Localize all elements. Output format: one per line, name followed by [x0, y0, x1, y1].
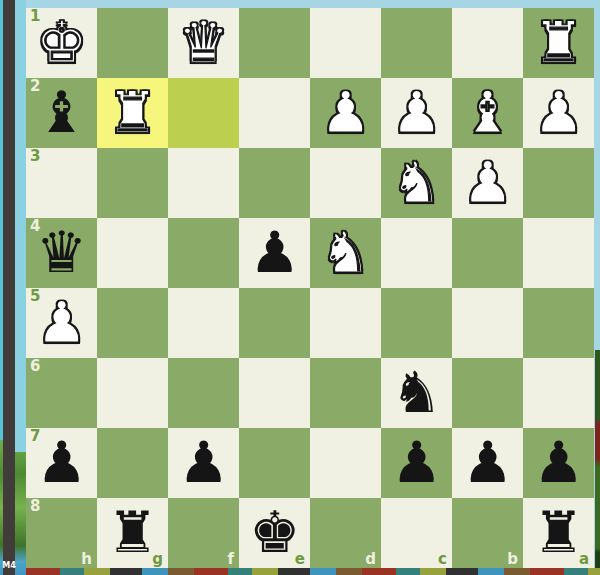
square-g1[interactable]: [97, 8, 168, 78]
square-f7[interactable]: ♟: [168, 428, 239, 498]
square-h6[interactable]: 6: [26, 358, 97, 428]
piece-black-pawn[interactable]: ♟: [452, 428, 523, 498]
square-e1[interactable]: [239, 8, 310, 78]
file-label-g: g: [152, 552, 163, 567]
square-g7[interactable]: [97, 428, 168, 498]
piece-black-knight[interactable]: ♞: [381, 358, 452, 428]
square-f5[interactable]: [168, 288, 239, 358]
rank-label-6: 6: [30, 359, 40, 374]
m4-badge: M4: [1, 561, 17, 570]
file-label-f: f: [227, 552, 234, 567]
square-a4[interactable]: [523, 218, 594, 288]
file-label-c: c: [438, 552, 447, 567]
square-a5[interactable]: [523, 288, 594, 358]
square-b4[interactable]: [452, 218, 523, 288]
rank-label-3: 3: [30, 149, 40, 164]
square-d4[interactable]: ♞: [310, 218, 381, 288]
piece-white-knight[interactable]: ♞: [310, 218, 381, 288]
square-f8[interactable]: f: [168, 498, 239, 568]
square-f4[interactable]: [168, 218, 239, 288]
square-a6[interactable]: [523, 358, 594, 428]
square-e7[interactable]: [239, 428, 310, 498]
square-d5[interactable]: [310, 288, 381, 358]
rank-label-2: 2: [30, 79, 40, 94]
bottom-background-strip: [26, 568, 600, 575]
square-c5[interactable]: [381, 288, 452, 358]
square-f6[interactable]: [168, 358, 239, 428]
piece-white-bishop[interactable]: ♝: [452, 78, 523, 148]
square-e2[interactable]: [239, 78, 310, 148]
square-a8[interactable]: a♜: [523, 498, 594, 568]
screenshot-stage: M4 1♚♛♜2♝♜♟♟♝♟3♞♟4♛♟♞5♟6♞7♟♟♟♟♟8hg♜fe♚dc…: [0, 0, 600, 575]
file-label-a: a: [579, 552, 589, 567]
piece-black-pawn[interactable]: ♟: [381, 428, 452, 498]
square-a3[interactable]: [523, 148, 594, 218]
file-label-h: h: [81, 552, 92, 567]
right-edge-background-strip: [595, 350, 600, 575]
square-e8[interactable]: e♚: [239, 498, 310, 568]
square-d7[interactable]: [310, 428, 381, 498]
square-a1[interactable]: ♜: [523, 8, 594, 78]
file-label-d: d: [365, 552, 376, 567]
square-d8[interactable]: d: [310, 498, 381, 568]
square-c3[interactable]: ♞: [381, 148, 452, 218]
square-a7[interactable]: ♟: [523, 428, 594, 498]
piece-black-pawn[interactable]: ♟: [239, 218, 310, 288]
square-e5[interactable]: [239, 288, 310, 358]
rank-label-1: 1: [30, 9, 40, 24]
square-g2[interactable]: ♜: [97, 78, 168, 148]
piece-white-rook[interactable]: ♜: [523, 8, 594, 78]
square-e4[interactable]: ♟: [239, 218, 310, 288]
square-e6[interactable]: [239, 358, 310, 428]
square-f2[interactable]: [168, 78, 239, 148]
square-f3[interactable]: [168, 148, 239, 218]
rank-label-5: 5: [30, 289, 40, 304]
rank-label-4: 4: [30, 219, 40, 234]
piece-white-queen[interactable]: ♛: [168, 8, 239, 78]
square-c8[interactable]: c: [381, 498, 452, 568]
piece-white-pawn[interactable]: ♟: [381, 78, 452, 148]
square-g3[interactable]: [97, 148, 168, 218]
square-b8[interactable]: b: [452, 498, 523, 568]
square-g4[interactable]: [97, 218, 168, 288]
square-c1[interactable]: [381, 8, 452, 78]
piece-white-knight[interactable]: ♞: [381, 148, 452, 218]
square-b7[interactable]: ♟: [452, 428, 523, 498]
rank-label-8: 8: [30, 499, 40, 514]
square-b5[interactable]: [452, 288, 523, 358]
piece-white-rook[interactable]: ♜: [97, 78, 168, 148]
square-h5[interactable]: 5♟: [26, 288, 97, 358]
square-h3[interactable]: 3: [26, 148, 97, 218]
piece-black-pawn[interactable]: ♟: [523, 428, 594, 498]
square-b3[interactable]: ♟: [452, 148, 523, 218]
square-a2[interactable]: ♟: [523, 78, 594, 148]
square-g5[interactable]: [97, 288, 168, 358]
file-label-b: b: [507, 552, 518, 567]
left-cyan-strip: [15, 0, 26, 452]
square-b1[interactable]: [452, 8, 523, 78]
piece-white-pawn[interactable]: ♟: [310, 78, 381, 148]
piece-black-pawn[interactable]: ♟: [168, 428, 239, 498]
chess-board[interactable]: 1♚♛♜2♝♜♟♟♝♟3♞♟4♛♟♞5♟6♞7♟♟♟♟♟8hg♜fe♚dcba♜: [26, 8, 594, 568]
square-f1[interactable]: ♛: [168, 8, 239, 78]
piece-white-pawn[interactable]: ♟: [523, 78, 594, 148]
square-d2[interactable]: ♟: [310, 78, 381, 148]
square-c7[interactable]: ♟: [381, 428, 452, 498]
square-d6[interactable]: [310, 358, 381, 428]
square-g8[interactable]: g♜: [97, 498, 168, 568]
square-e3[interactable]: [239, 148, 310, 218]
square-h2[interactable]: 2♝: [26, 78, 97, 148]
piece-white-pawn[interactable]: ♟: [452, 148, 523, 218]
rank-label-7: 7: [30, 429, 40, 444]
file-label-e: e: [295, 552, 305, 567]
square-d1[interactable]: [310, 8, 381, 78]
square-b2[interactable]: ♝: [452, 78, 523, 148]
square-h4[interactable]: 4♛: [26, 218, 97, 288]
square-g6[interactable]: [97, 358, 168, 428]
square-c6[interactable]: ♞: [381, 358, 452, 428]
square-c2[interactable]: ♟: [381, 78, 452, 148]
square-h7[interactable]: 7♟: [26, 428, 97, 498]
square-c4[interactable]: [381, 218, 452, 288]
square-h8[interactable]: 8h: [26, 498, 97, 568]
left-dark-bar: [3, 0, 15, 575]
square-b6[interactable]: [452, 358, 523, 428]
square-d3[interactable]: [310, 148, 381, 218]
square-h1[interactable]: 1♚: [26, 8, 97, 78]
